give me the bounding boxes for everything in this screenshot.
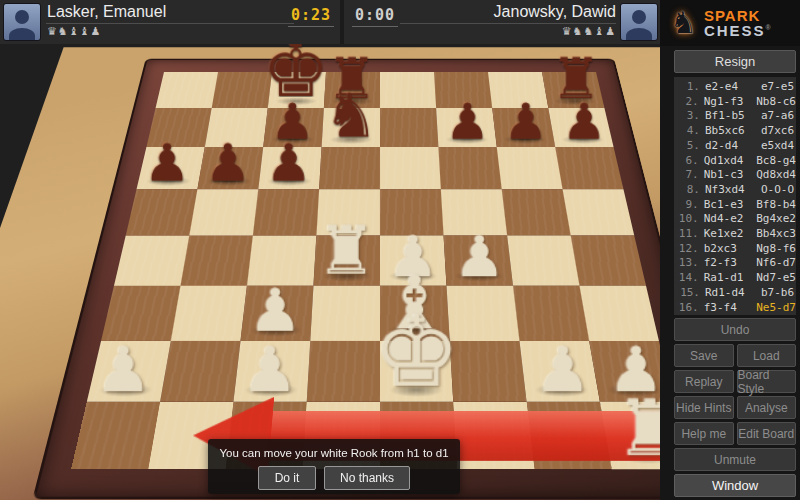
square-e2[interactable]: ♚: [380, 341, 453, 402]
move-row: 16.f3-f4Ne5-d7: [678, 301, 796, 315]
square-e6[interactable]: [380, 147, 441, 189]
square-b5[interactable]: [189, 189, 258, 235]
hint-buttons: Do it No thanks: [208, 466, 460, 490]
piece-white-pawn[interactable]: ♟: [454, 228, 505, 285]
square-e7[interactable]: [380, 108, 438, 147]
button-window[interactable]: Window: [674, 474, 796, 497]
piece-black-pawn[interactable]: ♟: [205, 137, 251, 189]
square-d4[interactable]: ♜: [313, 235, 380, 285]
square-f6[interactable]: [438, 147, 501, 189]
move-list[interactable]: 1.e2-e4e7-e52.Ng1-f3Nb8-c63.Bf1-b5a7-a64…: [674, 77, 796, 315]
move-row: 1.e2-e4e7-e5: [678, 80, 796, 95]
square-a5[interactable]: [126, 189, 198, 235]
no-thanks-button[interactable]: No thanks: [324, 466, 410, 490]
square-g2[interactable]: ♟: [519, 341, 599, 402]
square-g5[interactable]: [502, 189, 571, 235]
square-d2[interactable]: [307, 341, 380, 402]
square-g7[interactable]: ♟: [492, 108, 555, 147]
button-undo[interactable]: Undo: [674, 318, 796, 341]
square-d6[interactable]: [319, 147, 380, 189]
button-row: SaveLoad: [674, 344, 796, 367]
square-f7[interactable]: ♟: [436, 108, 497, 147]
move-row: 10.Nd4-e2Bg4xe2: [678, 212, 796, 227]
button-load[interactable]: Load: [737, 344, 797, 367]
white-captured-pieces: ♛♞♝♝♟: [47, 25, 101, 38]
divider: [400, 23, 616, 24]
square-a4[interactable]: [114, 235, 189, 285]
square-d7[interactable]: ♞: [322, 108, 380, 147]
square-b3[interactable]: [171, 286, 247, 341]
black-player-panel: 0:00 Janowsky, Dawid ♛♞♞♝♟: [344, 0, 660, 44]
piece-black-pawn[interactable]: ♟: [266, 137, 312, 189]
white-player-clock: 0:23: [288, 6, 334, 27]
hint-tooltip: You can move your white Rook from h1 to …: [208, 439, 460, 494]
square-d3[interactable]: [310, 286, 380, 341]
board-plane: ♚♜♜♟♞♟♟♟♟♟♟♜♟♟♟♝♟♟♚♟♟♜: [71, 72, 660, 469]
piece-white-rook[interactable]: ♜: [317, 218, 377, 284]
piece-white-pawn[interactable]: ♟: [535, 338, 591, 400]
button-row: Window: [674, 474, 796, 497]
piece-black-pawn[interactable]: ♟: [144, 137, 190, 189]
square-b6[interactable]: ♟: [197, 147, 263, 189]
square-a6[interactable]: ♟: [137, 147, 205, 189]
top-bar: Lasker, Emanuel ♛♞♝♝♟ 0:23 0:00 Janowsky…: [0, 0, 660, 44]
piece-white-rook[interactable]: ♜: [615, 391, 660, 468]
move-row: 6.Qd1xd4Bc8-g4: [678, 154, 796, 169]
square-b4[interactable]: [180, 235, 252, 285]
button-replay[interactable]: Replay: [674, 370, 734, 393]
black-captured-pieces: ♛♞♞♝♟: [562, 25, 616, 38]
move-row: 14.Ra1-d1Nd7-e5: [678, 271, 796, 286]
divider: [46, 23, 294, 24]
move-row: 4.Bb5xc6d7xc6: [678, 124, 796, 139]
square-f2[interactable]: [450, 341, 527, 402]
button-help-me[interactable]: Help me: [674, 422, 734, 445]
piece-white-pawn[interactable]: ♟: [249, 281, 302, 340]
move-row: 8.Nf3xd4O-O-O: [678, 183, 796, 198]
black-player-avatar-icon: [620, 3, 658, 41]
piece-white-king[interactable]: ♚: [373, 303, 461, 401]
square-a2[interactable]: ♟: [87, 341, 171, 402]
button-edit-board[interactable]: Edit Board: [737, 422, 797, 445]
move-row: 7.Nb1-c3Qd8xd4: [678, 168, 796, 183]
button-hide-hints[interactable]: Hide Hints: [674, 396, 734, 419]
button-board-style[interactable]: Board Style: [737, 370, 797, 393]
square-c2[interactable]: ♟: [233, 341, 310, 402]
sparkchess-logo: ♞ SPARK CHESS®: [660, 0, 800, 46]
resign-button[interactable]: Resign: [674, 50, 796, 73]
move-row: 12.b2xc3Ng8-f6: [678, 242, 796, 257]
square-f4[interactable]: ♟: [444, 235, 513, 285]
white-player-name: Lasker, Emanuel: [47, 3, 166, 21]
square-a1[interactable]: [71, 402, 160, 469]
piece-white-pawn[interactable]: ♟: [242, 338, 298, 400]
white-player-avatar-icon: [3, 3, 41, 41]
button-row: Unmute: [674, 448, 796, 471]
square-h4[interactable]: [571, 235, 646, 285]
button-row: Hide HintsAnalyse: [674, 396, 796, 419]
move-row: 15.Rd1-d4b7-b6: [678, 286, 796, 301]
do-it-button[interactable]: Do it: [258, 466, 316, 490]
button-row: Undo: [674, 318, 796, 341]
button-row: ReplayBoard Style: [674, 370, 796, 393]
move-row: 9.Bc1-e3Bf8-b4: [678, 198, 796, 213]
square-c5[interactable]: [253, 189, 319, 235]
piece-black-pawn[interactable]: ♟: [504, 97, 549, 147]
button-analyse[interactable]: Analyse: [737, 396, 797, 419]
piece-white-pawn[interactable]: ♟: [96, 338, 152, 400]
app-window: Lasker, Emanuel ♛♞♝♝♟ 0:23 0:00 Janowsky…: [0, 0, 800, 500]
logo-word-spark: SPARK: [704, 8, 773, 23]
button-save[interactable]: Save: [674, 344, 734, 367]
square-h6[interactable]: [555, 147, 623, 189]
move-row: 3.Bf1-b5a7-a6: [678, 109, 796, 124]
white-player-panel: Lasker, Emanuel ♛♞♝♝♟ 0:23: [0, 0, 340, 44]
black-player-name: Janowsky, Dawid: [494, 3, 616, 21]
button-row: Help meEdit Board: [674, 422, 796, 445]
piece-black-pawn[interactable]: ♟: [445, 97, 490, 147]
square-a8[interactable]: [156, 72, 218, 108]
hint-text: You can move your white Rook from h1 to …: [208, 447, 460, 459]
square-g4[interactable]: [507, 235, 579, 285]
piece-black-pawn[interactable]: ♟: [562, 97, 607, 147]
square-h7[interactable]: ♟: [548, 108, 613, 147]
square-c6[interactable]: ♟: [258, 147, 321, 189]
square-h5[interactable]: [563, 189, 635, 235]
chess-board: ♚♜♜♟♞♟♟♟♟♟♟♜♟♟♟♝♟♟♚♟♟♜: [71, 72, 660, 469]
logo-word-chess: CHESS®: [704, 23, 773, 38]
square-g6[interactable]: [497, 147, 563, 189]
move-row: 5.d2-d4e5xd4: [678, 139, 796, 154]
board-scene: ♚♜♜♟♞♟♟♟♟♟♟♜♟♟♟♝♟♟♚♟♟♜: [0, 44, 660, 500]
piece-black-knight[interactable]: ♞: [324, 86, 378, 147]
square-b2[interactable]: [160, 341, 240, 402]
move-row: 11.Ke1xe2Bb4xc3: [678, 227, 796, 242]
button-unmute[interactable]: Unmute: [674, 448, 796, 471]
move-row: 13.f2-f3Nf6-d7: [678, 256, 796, 271]
logo-text: SPARK CHESS®: [704, 8, 773, 38]
square-e8[interactable]: [380, 72, 436, 108]
black-player-clock: 0:00: [352, 6, 398, 27]
logo-knight-icon: ♞: [670, 8, 697, 38]
sidebar: ♞ SPARK CHESS® Resign 1.e2-e4e7-e52.Ng1-…: [660, 0, 800, 500]
move-row: 2.Ng1-f3Nb8-c6: [678, 95, 796, 110]
